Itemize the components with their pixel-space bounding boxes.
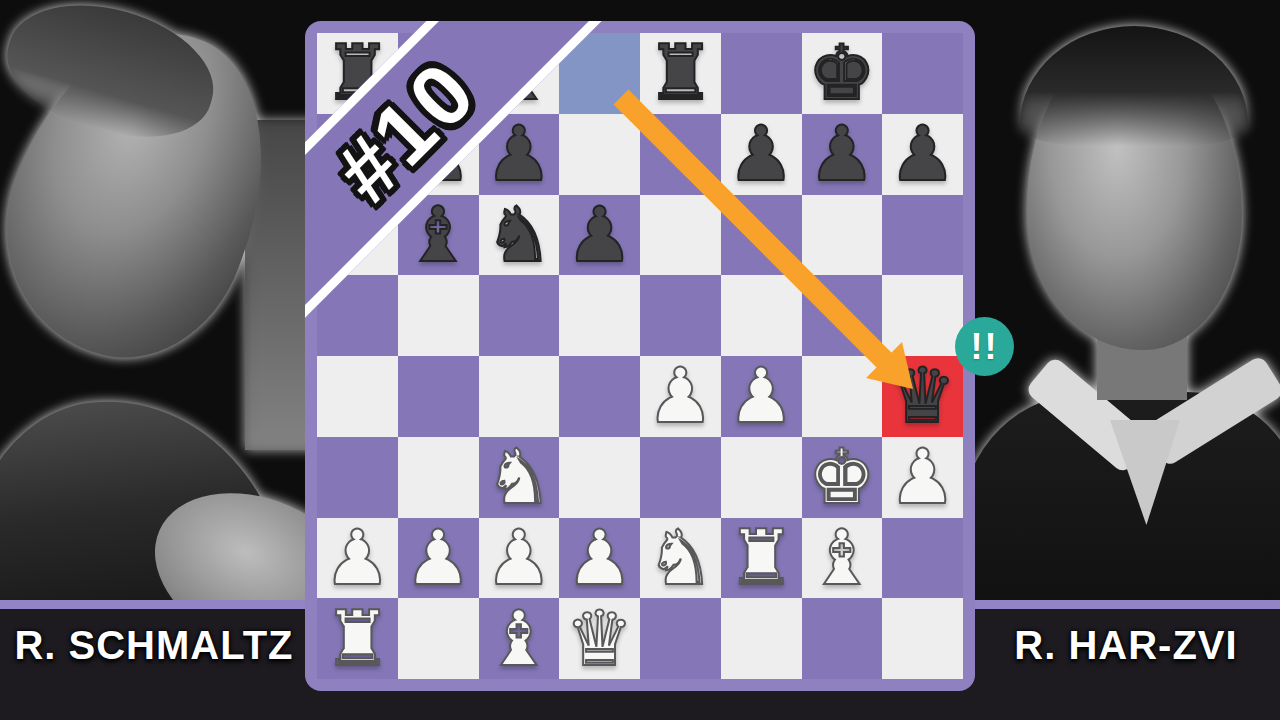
white-rook: ♜: [323, 599, 391, 679]
white-queen: ♛: [566, 599, 634, 679]
black-pawn: ♟: [727, 114, 795, 194]
square-a1: ♜: [317, 598, 398, 679]
square-c4: [479, 356, 560, 437]
square-h1: [882, 598, 963, 679]
square-h5: [882, 275, 963, 356]
square-d3: [559, 437, 640, 518]
brilliant-badge-label: !!: [971, 326, 999, 368]
square-d1: ♛: [559, 598, 640, 679]
square-c3: ♞: [479, 437, 560, 518]
square-g4: [802, 356, 883, 437]
player-name-right: R. HAR-ZVI: [972, 623, 1280, 668]
square-c1: ♝: [479, 598, 560, 679]
square-h2: [882, 518, 963, 599]
square-b2: ♟: [398, 518, 479, 599]
square-f6: [721, 195, 802, 276]
photo-silhouette-glow: [972, 0, 1280, 601]
square-e3: [640, 437, 721, 518]
square-g2: ♝: [802, 518, 883, 599]
square-a3: [317, 437, 398, 518]
square-h3: ♟: [882, 437, 963, 518]
square-d2: ♟: [559, 518, 640, 599]
square-g1: [802, 598, 883, 679]
square-c6: ♞: [479, 195, 560, 276]
white-pawn: ♟: [323, 518, 391, 598]
square-g8: ♚: [802, 33, 883, 114]
white-knight: ♞: [646, 518, 714, 598]
black-knight: ♞: [485, 195, 553, 275]
square-d4: [559, 356, 640, 437]
square-g7: ♟: [802, 114, 883, 195]
black-pawn: ♟: [889, 114, 957, 194]
square-c2: ♟: [479, 518, 560, 599]
square-g6: [802, 195, 883, 276]
black-pawn: ♟: [808, 114, 876, 194]
square-d7: [559, 114, 640, 195]
player-photo-left: [0, 0, 308, 601]
white-knight: ♞: [485, 437, 553, 517]
square-f5: [721, 275, 802, 356]
square-e8: ♜: [640, 33, 721, 114]
white-pawn: ♟: [889, 437, 957, 517]
white-bishop: ♝: [485, 599, 553, 679]
square-e6: [640, 195, 721, 276]
square-f4: ♟: [721, 356, 802, 437]
photo-silhouette-glow: [0, 0, 308, 601]
black-pawn: ♟: [566, 195, 634, 275]
square-d6: ♟: [559, 195, 640, 276]
square-h6: [882, 195, 963, 276]
square-h8: [882, 33, 963, 114]
white-pawn: ♟: [485, 518, 553, 598]
white-pawn: ♟: [566, 518, 634, 598]
square-g3: ♚: [802, 437, 883, 518]
square-c5: [479, 275, 560, 356]
square-b5: [398, 275, 479, 356]
black-queen: ♛: [889, 356, 957, 436]
square-a4: [317, 356, 398, 437]
player-right-hair: [1020, 26, 1248, 146]
square-b4: [398, 356, 479, 437]
white-pawn: ♟: [404, 518, 472, 598]
square-e7: [640, 114, 721, 195]
brilliant-move-badge: !!: [955, 317, 1014, 376]
square-f1: [721, 598, 802, 679]
square-e1: [640, 598, 721, 679]
chess-board: ♜♝♜♚♟♟♟♟♟♟♝♞♟♟♟♛♞♚♟♟♟♟♟♞♜♝♜♝♛ #10: [305, 21, 975, 691]
player-photo-right: [972, 0, 1280, 601]
square-h4: ♛: [882, 356, 963, 437]
square-e4: ♟: [640, 356, 721, 437]
player-name-left: R. SCHMALTZ: [0, 623, 308, 668]
square-g5: [802, 275, 883, 356]
square-b3: [398, 437, 479, 518]
square-f8: [721, 33, 802, 114]
square-h7: ♟: [882, 114, 963, 195]
square-a2: ♟: [317, 518, 398, 599]
white-king: ♚: [808, 437, 876, 517]
white-rook: ♜: [727, 518, 795, 598]
white-pawn: ♟: [646, 356, 714, 436]
black-rook: ♜: [646, 33, 714, 113]
square-e2: ♞: [640, 518, 721, 599]
square-f7: ♟: [721, 114, 802, 195]
square-e5: [640, 275, 721, 356]
square-b1: [398, 598, 479, 679]
black-king: ♚: [808, 33, 876, 113]
square-f3: [721, 437, 802, 518]
white-bishop: ♝: [808, 518, 876, 598]
square-f2: ♜: [721, 518, 802, 599]
square-d5: [559, 275, 640, 356]
white-pawn: ♟: [727, 356, 795, 436]
video-frame: { "game": "chess", "players": { "left": …: [0, 0, 1280, 720]
